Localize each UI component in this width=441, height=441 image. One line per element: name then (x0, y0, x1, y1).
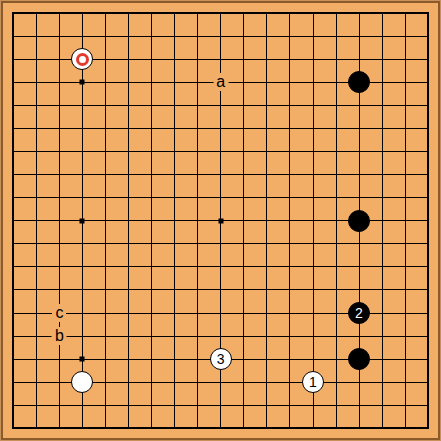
intersection-8-5[interactable] (163, 94, 186, 117)
intersection-8-7[interactable] (163, 140, 186, 163)
intersection-17-3[interactable] (371, 48, 394, 71)
intersection-19-17[interactable] (417, 371, 440, 394)
intersection-14-9[interactable] (301, 186, 324, 209)
intersection-11-7[interactable] (232, 140, 255, 163)
intersection-1-17[interactable] (2, 371, 25, 394)
intersection-12-15[interactable] (255, 324, 278, 347)
intersection-15-13[interactable] (324, 278, 347, 301)
intersection-9-18[interactable] (186, 394, 209, 417)
intersection-6-6[interactable] (117, 117, 140, 140)
intersection-17-19[interactable] (371, 417, 394, 440)
intersection-6-1[interactable] (117, 2, 140, 25)
intersection-8-18[interactable] (163, 394, 186, 417)
intersection-1-12[interactable] (2, 255, 25, 278)
intersection-19-2[interactable] (417, 25, 440, 48)
intersection-17-9[interactable] (371, 186, 394, 209)
intersection-19-18[interactable] (417, 394, 440, 417)
intersection-3-2[interactable] (48, 25, 71, 48)
intersection-18-13[interactable] (394, 278, 417, 301)
intersection-19-4[interactable] (417, 71, 440, 94)
intersection-11-6[interactable] (232, 117, 255, 140)
intersection-9-7[interactable] (186, 140, 209, 163)
intersection-2-19[interactable] (25, 417, 48, 440)
intersection-15-12[interactable] (324, 255, 347, 278)
intersection-9-2[interactable] (186, 25, 209, 48)
intersection-17-1[interactable] (371, 2, 394, 25)
intersection-17-10[interactable] (371, 209, 394, 232)
intersection-11-14[interactable] (232, 301, 255, 324)
intersection-5-4[interactable] (94, 71, 117, 94)
intersection-18-17[interactable] (394, 371, 417, 394)
intersection-5-18[interactable] (94, 394, 117, 417)
intersection-19-10[interactable] (417, 209, 440, 232)
intersection-11-17[interactable] (232, 371, 255, 394)
intersection-5-13[interactable] (94, 278, 117, 301)
intersection-16-2[interactable] (347, 25, 370, 48)
intersection-17-17[interactable] (371, 371, 394, 394)
intersection-4-16[interactable] (71, 347, 94, 370)
intersection-11-9[interactable] (232, 186, 255, 209)
intersection-7-6[interactable] (140, 117, 163, 140)
intersection-14-6[interactable] (301, 117, 324, 140)
intersection-11-12[interactable] (232, 255, 255, 278)
intersection-17-2[interactable] (371, 25, 394, 48)
intersection-5-2[interactable] (94, 25, 117, 48)
intersection-12-5[interactable] (255, 94, 278, 117)
intersection-1-16[interactable] (2, 347, 25, 370)
intersection-12-11[interactable] (255, 232, 278, 255)
intersection-17-7[interactable] (371, 140, 394, 163)
intersection-9-5[interactable] (186, 94, 209, 117)
intersection-3-19[interactable] (48, 417, 71, 440)
white-stone-D3[interactable] (71, 371, 93, 393)
intersection-7-9[interactable] (140, 186, 163, 209)
intersection-11-1[interactable] (232, 2, 255, 25)
intersection-11-15[interactable] (232, 324, 255, 347)
intersection-14-17[interactable]: 1 (301, 371, 324, 394)
intersection-18-2[interactable] (394, 25, 417, 48)
intersection-15-2[interactable] (324, 25, 347, 48)
intersection-5-8[interactable] (94, 163, 117, 186)
intersection-3-1[interactable] (48, 2, 71, 25)
intersection-15-16[interactable] (324, 347, 347, 370)
intersection-4-6[interactable] (71, 117, 94, 140)
intersection-5-11[interactable] (94, 232, 117, 255)
intersection-14-7[interactable] (301, 140, 324, 163)
intersection-15-5[interactable] (324, 94, 347, 117)
intersection-2-10[interactable] (25, 209, 48, 232)
intersection-3-13[interactable] (48, 278, 71, 301)
intersection-4-1[interactable] (71, 2, 94, 25)
intersection-19-3[interactable] (417, 48, 440, 71)
intersection-12-7[interactable] (255, 140, 278, 163)
intersection-13-6[interactable] (278, 117, 301, 140)
intersection-6-18[interactable] (117, 394, 140, 417)
intersection-17-13[interactable] (371, 278, 394, 301)
intersection-16-5[interactable] (347, 94, 370, 117)
intersection-5-9[interactable] (94, 186, 117, 209)
intersection-18-19[interactable] (394, 417, 417, 440)
intersection-11-13[interactable] (232, 278, 255, 301)
intersection-14-19[interactable] (301, 417, 324, 440)
intersection-16-17[interactable] (347, 371, 370, 394)
intersection-6-5[interactable] (117, 94, 140, 117)
intersection-13-15[interactable] (278, 324, 301, 347)
black-stone-Q10[interactable] (348, 210, 370, 232)
intersection-8-12[interactable] (163, 255, 186, 278)
intersection-16-6[interactable] (347, 117, 370, 140)
intersection-6-14[interactable] (117, 301, 140, 324)
intersection-3-11[interactable] (48, 232, 71, 255)
intersection-3-7[interactable] (48, 140, 71, 163)
intersection-10-16[interactable]: 3 (209, 347, 232, 370)
intersection-19-13[interactable] (417, 278, 440, 301)
intersection-4-4[interactable] (71, 71, 94, 94)
intersection-7-13[interactable] (140, 278, 163, 301)
intersection-18-14[interactable] (394, 301, 417, 324)
intersection-14-12[interactable] (301, 255, 324, 278)
intersection-13-1[interactable] (278, 2, 301, 25)
intersection-16-8[interactable] (347, 163, 370, 186)
intersection-10-4[interactable]: a (209, 71, 232, 94)
intersection-17-15[interactable] (371, 324, 394, 347)
intersection-3-18[interactable] (48, 394, 71, 417)
intersection-10-13[interactable] (209, 278, 232, 301)
intersection-1-15[interactable] (2, 324, 25, 347)
intersection-19-9[interactable] (417, 186, 440, 209)
intersection-10-15[interactable] (209, 324, 232, 347)
intersection-12-4[interactable] (255, 71, 278, 94)
intersection-4-18[interactable] (71, 394, 94, 417)
intersection-17-11[interactable] (371, 232, 394, 255)
intersection-12-17[interactable] (255, 371, 278, 394)
intersection-8-2[interactable] (163, 25, 186, 48)
intersection-3-9[interactable] (48, 186, 71, 209)
intersection-1-8[interactable] (2, 163, 25, 186)
intersection-4-10[interactable] (71, 209, 94, 232)
intersection-13-7[interactable] (278, 140, 301, 163)
intersection-3-3[interactable] (48, 48, 71, 71)
intersection-5-3[interactable] (94, 48, 117, 71)
intersection-19-16[interactable] (417, 347, 440, 370)
intersection-1-3[interactable] (2, 48, 25, 71)
intersection-2-2[interactable] (25, 25, 48, 48)
intersection-6-15[interactable] (117, 324, 140, 347)
intersection-12-18[interactable] (255, 394, 278, 417)
intersection-15-8[interactable] (324, 163, 347, 186)
intersection-12-16[interactable] (255, 347, 278, 370)
intersection-13-9[interactable] (278, 186, 301, 209)
intersection-2-12[interactable] (25, 255, 48, 278)
intersection-1-6[interactable] (2, 117, 25, 140)
intersection-6-10[interactable] (117, 209, 140, 232)
intersection-19-12[interactable] (417, 255, 440, 278)
intersection-11-2[interactable] (232, 25, 255, 48)
intersection-7-11[interactable] (140, 232, 163, 255)
intersection-9-1[interactable] (186, 2, 209, 25)
intersection-15-18[interactable] (324, 394, 347, 417)
intersection-14-15[interactable] (301, 324, 324, 347)
intersection-4-14[interactable] (71, 301, 94, 324)
intersection-5-16[interactable] (94, 347, 117, 370)
intersection-12-13[interactable] (255, 278, 278, 301)
intersection-9-6[interactable] (186, 117, 209, 140)
intersection-18-4[interactable] (394, 71, 417, 94)
intersection-3-17[interactable] (48, 371, 71, 394)
intersection-14-10[interactable] (301, 209, 324, 232)
intersection-18-7[interactable] (394, 140, 417, 163)
intersection-15-1[interactable] (324, 2, 347, 25)
intersection-15-7[interactable] (324, 140, 347, 163)
intersection-6-8[interactable] (117, 163, 140, 186)
intersection-9-17[interactable] (186, 371, 209, 394)
intersection-17-16[interactable] (371, 347, 394, 370)
intersection-10-19[interactable] (209, 417, 232, 440)
intersection-11-5[interactable] (232, 94, 255, 117)
intersection-12-8[interactable] (255, 163, 278, 186)
intersection-11-18[interactable] (232, 394, 255, 417)
intersection-16-7[interactable] (347, 140, 370, 163)
intersection-14-14[interactable] (301, 301, 324, 324)
intersection-7-10[interactable] (140, 209, 163, 232)
intersection-1-4[interactable] (2, 71, 25, 94)
intersection-16-1[interactable] (347, 2, 370, 25)
intersection-18-8[interactable] (394, 163, 417, 186)
intersection-19-5[interactable] (417, 94, 440, 117)
intersection-10-8[interactable] (209, 163, 232, 186)
intersection-13-12[interactable] (278, 255, 301, 278)
intersection-18-6[interactable] (394, 117, 417, 140)
intersection-12-9[interactable] (255, 186, 278, 209)
intersection-4-15[interactable] (71, 324, 94, 347)
intersection-8-8[interactable] (163, 163, 186, 186)
intersection-13-19[interactable] (278, 417, 301, 440)
intersection-18-1[interactable] (394, 2, 417, 25)
intersection-8-16[interactable] (163, 347, 186, 370)
intersection-4-8[interactable] (71, 163, 94, 186)
intersection-18-16[interactable] (394, 347, 417, 370)
intersection-7-15[interactable] (140, 324, 163, 347)
intersection-8-11[interactable] (163, 232, 186, 255)
intersection-8-4[interactable] (163, 71, 186, 94)
intersection-8-10[interactable] (163, 209, 186, 232)
intersection-10-5[interactable] (209, 94, 232, 117)
intersection-10-3[interactable] (209, 48, 232, 71)
intersection-3-5[interactable] (48, 94, 71, 117)
intersection-19-1[interactable] (417, 2, 440, 25)
intersection-15-10[interactable] (324, 209, 347, 232)
intersection-9-14[interactable] (186, 301, 209, 324)
intersection-3-12[interactable] (48, 255, 71, 278)
intersection-15-17[interactable] (324, 371, 347, 394)
intersection-2-9[interactable] (25, 186, 48, 209)
intersection-16-16[interactable] (347, 347, 370, 370)
intersection-18-9[interactable] (394, 186, 417, 209)
intersection-3-6[interactable] (48, 117, 71, 140)
intersection-7-1[interactable] (140, 2, 163, 25)
intersection-14-11[interactable] (301, 232, 324, 255)
intersection-7-3[interactable] (140, 48, 163, 71)
intersection-4-9[interactable] (71, 186, 94, 209)
intersection-13-10[interactable] (278, 209, 301, 232)
intersection-11-11[interactable] (232, 232, 255, 255)
intersection-2-8[interactable] (25, 163, 48, 186)
intersection-11-4[interactable] (232, 71, 255, 94)
intersection-9-16[interactable] (186, 347, 209, 370)
intersection-1-2[interactable] (2, 25, 25, 48)
intersection-12-1[interactable] (255, 2, 278, 25)
intersection-3-16[interactable] (48, 347, 71, 370)
intersection-10-9[interactable] (209, 186, 232, 209)
intersection-3-8[interactable] (48, 163, 71, 186)
intersection-6-7[interactable] (117, 140, 140, 163)
intersection-4-2[interactable] (71, 25, 94, 48)
intersection-5-17[interactable] (94, 371, 117, 394)
intersection-7-12[interactable] (140, 255, 163, 278)
intersection-2-6[interactable] (25, 117, 48, 140)
intersection-17-14[interactable] (371, 301, 394, 324)
intersection-2-18[interactable] (25, 394, 48, 417)
intersection-4-17[interactable] (71, 371, 94, 394)
intersection-3-4[interactable] (48, 71, 71, 94)
intersection-10-11[interactable] (209, 232, 232, 255)
intersection-11-10[interactable] (232, 209, 255, 232)
intersection-19-7[interactable] (417, 140, 440, 163)
black-stone-Q16[interactable] (348, 71, 370, 93)
intersection-6-12[interactable] (117, 255, 140, 278)
intersection-18-11[interactable] (394, 232, 417, 255)
intersection-6-19[interactable] (117, 417, 140, 440)
intersection-17-8[interactable] (371, 163, 394, 186)
intersection-18-10[interactable] (394, 209, 417, 232)
intersection-16-4[interactable] (347, 71, 370, 94)
intersection-16-19[interactable] (347, 417, 370, 440)
intersection-2-4[interactable] (25, 71, 48, 94)
intersection-17-4[interactable] (371, 71, 394, 94)
intersection-13-13[interactable] (278, 278, 301, 301)
intersection-14-3[interactable] (301, 48, 324, 71)
intersection-10-1[interactable] (209, 2, 232, 25)
intersection-7-16[interactable] (140, 347, 163, 370)
intersection-18-15[interactable] (394, 324, 417, 347)
intersection-16-18[interactable] (347, 394, 370, 417)
intersection-6-11[interactable] (117, 232, 140, 255)
intersection-14-18[interactable] (301, 394, 324, 417)
intersection-14-1[interactable] (301, 2, 324, 25)
intersection-8-3[interactable] (163, 48, 186, 71)
intersection-9-9[interactable] (186, 186, 209, 209)
intersection-10-17[interactable] (209, 371, 232, 394)
intersection-9-19[interactable] (186, 417, 209, 440)
intersection-1-18[interactable] (2, 394, 25, 417)
intersection-13-18[interactable] (278, 394, 301, 417)
intersection-17-18[interactable] (371, 394, 394, 417)
intersection-1-19[interactable] (2, 417, 25, 440)
intersection-7-8[interactable] (140, 163, 163, 186)
intersection-16-13[interactable] (347, 278, 370, 301)
intersection-6-3[interactable] (117, 48, 140, 71)
intersection-5-1[interactable] (94, 2, 117, 25)
intersection-13-5[interactable] (278, 94, 301, 117)
intersection-8-17[interactable] (163, 371, 186, 394)
intersection-17-12[interactable] (371, 255, 394, 278)
intersection-19-19[interactable] (417, 417, 440, 440)
intersection-12-14[interactable] (255, 301, 278, 324)
intersection-6-17[interactable] (117, 371, 140, 394)
intersection-16-11[interactable] (347, 232, 370, 255)
intersection-2-11[interactable] (25, 232, 48, 255)
intersection-1-5[interactable] (2, 94, 25, 117)
intersection-6-9[interactable] (117, 186, 140, 209)
intersection-2-7[interactable] (25, 140, 48, 163)
intersection-19-15[interactable] (417, 324, 440, 347)
intersection-18-3[interactable] (394, 48, 417, 71)
intersection-9-10[interactable] (186, 209, 209, 232)
intersection-2-15[interactable] (25, 324, 48, 347)
intersection-3-14[interactable]: c (48, 301, 71, 324)
intersection-12-12[interactable] (255, 255, 278, 278)
intersection-7-17[interactable] (140, 371, 163, 394)
black-stone-Q4[interactable] (348, 348, 370, 370)
intersection-6-4[interactable] (117, 71, 140, 94)
intersection-3-10[interactable] (48, 209, 71, 232)
intersection-15-9[interactable] (324, 186, 347, 209)
intersection-10-14[interactable] (209, 301, 232, 324)
intersection-5-12[interactable] (94, 255, 117, 278)
intersection-10-6[interactable] (209, 117, 232, 140)
intersection-10-12[interactable] (209, 255, 232, 278)
intersection-1-1[interactable] (2, 2, 25, 25)
intersection-9-12[interactable] (186, 255, 209, 278)
intersection-7-19[interactable] (140, 417, 163, 440)
intersection-12-6[interactable] (255, 117, 278, 140)
intersection-6-13[interactable] (117, 278, 140, 301)
intersection-8-19[interactable] (163, 417, 186, 440)
intersection-15-6[interactable] (324, 117, 347, 140)
intersection-15-11[interactable] (324, 232, 347, 255)
intersection-3-15[interactable]: b (48, 324, 71, 347)
intersection-19-6[interactable] (417, 117, 440, 140)
intersection-4-13[interactable] (71, 278, 94, 301)
intersection-14-2[interactable] (301, 25, 324, 48)
intersection-13-2[interactable] (278, 25, 301, 48)
intersection-17-5[interactable] (371, 94, 394, 117)
intersection-11-19[interactable] (232, 417, 255, 440)
intersection-9-11[interactable] (186, 232, 209, 255)
intersection-5-10[interactable] (94, 209, 117, 232)
intersection-18-12[interactable] (394, 255, 417, 278)
intersection-4-19[interactable] (71, 417, 94, 440)
intersection-1-7[interactable] (2, 140, 25, 163)
intersection-7-18[interactable] (140, 394, 163, 417)
intersection-18-5[interactable] (394, 94, 417, 117)
intersection-11-16[interactable] (232, 347, 255, 370)
intersection-7-7[interactable] (140, 140, 163, 163)
intersection-10-2[interactable] (209, 25, 232, 48)
intersection-9-3[interactable] (186, 48, 209, 71)
intersection-12-19[interactable] (255, 417, 278, 440)
intersection-2-17[interactable] (25, 371, 48, 394)
intersection-2-1[interactable] (25, 2, 48, 25)
intersection-4-5[interactable] (71, 94, 94, 117)
intersection-15-3[interactable] (324, 48, 347, 71)
intersection-14-16[interactable] (301, 347, 324, 370)
intersection-19-11[interactable] (417, 232, 440, 255)
intersection-19-14[interactable] (417, 301, 440, 324)
intersection-8-9[interactable] (163, 186, 186, 209)
intersection-16-14[interactable]: 2 (347, 301, 370, 324)
intersection-16-9[interactable] (347, 186, 370, 209)
